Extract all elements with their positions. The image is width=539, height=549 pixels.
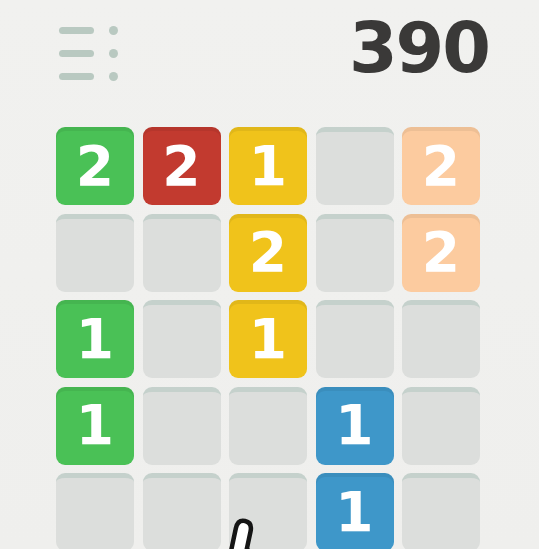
empty-cell	[56, 473, 134, 549]
game-screen: 390 22122211111	[0, 0, 539, 549]
menu-icon	[59, 72, 129, 81]
empty-cell	[402, 300, 480, 378]
tile-yellow-1[interactable]: 1	[229, 127, 307, 205]
tile-red-2[interactable]: 2	[143, 127, 221, 205]
menu-bar-icon	[59, 50, 94, 57]
tile-blue-1[interactable]: 1	[316, 387, 394, 465]
menu-button[interactable]	[59, 26, 129, 86]
empty-cell	[402, 387, 480, 465]
empty-cell	[316, 127, 394, 205]
empty-cell	[143, 387, 221, 465]
empty-cell	[143, 214, 221, 292]
empty-cell	[143, 473, 221, 549]
board: 22122211111	[56, 127, 480, 549]
tile-green-1[interactable]: 1	[56, 387, 134, 465]
tile-green-2[interactable]: 2	[56, 127, 134, 205]
menu-icon	[59, 26, 129, 35]
tile-yellow-2[interactable]: 2	[229, 214, 307, 292]
menu-icon	[59, 49, 129, 58]
score-value: 390	[349, 13, 489, 83]
empty-cell	[56, 214, 134, 292]
tile-peach-2[interactable]: 2	[402, 127, 480, 205]
tile-yellow-1[interactable]: 1	[229, 300, 307, 378]
empty-cell	[229, 387, 307, 465]
empty-cell	[143, 300, 221, 378]
tile-peach-2[interactable]: 2	[402, 214, 480, 292]
menu-bar-icon	[59, 73, 94, 80]
menu-dot-icon	[109, 49, 118, 58]
tile-green-1[interactable]: 1	[56, 300, 134, 378]
empty-cell	[402, 473, 480, 549]
menu-dot-icon	[109, 26, 118, 35]
empty-cell	[316, 300, 394, 378]
menu-dot-icon	[109, 72, 118, 81]
menu-bar-icon	[59, 27, 94, 34]
tile-blue-1[interactable]: 1	[316, 473, 394, 549]
empty-cell	[316, 214, 394, 292]
